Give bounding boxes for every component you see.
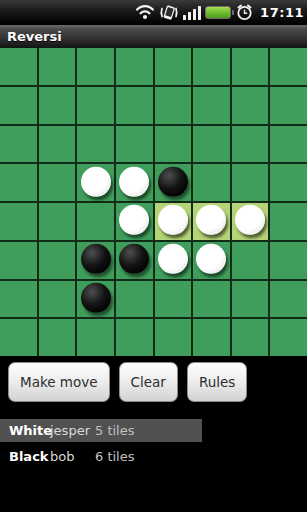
board-cell-r4c3[interactable]: [116, 203, 153, 240]
board-cell-r7c4[interactable]: [155, 319, 192, 356]
board-cell-r1c4[interactable]: [155, 87, 192, 124]
black-disc: [158, 166, 188, 196]
board-cell-r6c0[interactable]: [0, 281, 37, 318]
app-title: Reversi: [7, 29, 62, 44]
black-disc: [81, 244, 111, 274]
board-cell-r7c6[interactable]: [232, 319, 269, 356]
board-cell-r0c1[interactable]: [39, 48, 76, 85]
button-bar: Make move Clear Rules: [0, 356, 307, 402]
white-disc: [119, 166, 149, 196]
white-disc: [196, 244, 226, 274]
player-name: jesper: [50, 423, 95, 438]
board-cell-r4c5[interactable]: [193, 203, 230, 240]
board-cell-r0c2[interactable]: [77, 48, 114, 85]
white-disc: [119, 205, 149, 235]
reversi-board[interactable]: [0, 47, 307, 356]
board-cell-r3c2[interactable]: [77, 164, 114, 201]
signal-strength-icon: [183, 5, 202, 20]
board-cell-r3c7[interactable]: [270, 164, 307, 201]
player-name: bob: [50, 449, 95, 464]
clock-time: 17:11: [260, 5, 304, 20]
black-disc: [81, 283, 111, 313]
board-cell-r5c2[interactable]: [77, 242, 114, 279]
board-cell-r6c3[interactable]: [116, 281, 153, 318]
board-cell-r7c1[interactable]: [39, 319, 76, 356]
board-cell-r6c5[interactable]: [193, 281, 230, 318]
board-cell-r1c5[interactable]: [193, 87, 230, 124]
rules-button[interactable]: Rules: [187, 362, 247, 402]
board-cell-r0c4[interactable]: [155, 48, 192, 85]
board-cell-r5c4[interactable]: [155, 242, 192, 279]
board-cell-r7c2[interactable]: [77, 319, 114, 356]
status-bar: 17:11: [0, 0, 307, 24]
board-cell-r0c3[interactable]: [116, 48, 153, 85]
white-disc: [235, 205, 265, 235]
board-cell-r3c6[interactable]: [232, 164, 269, 201]
board-cell-r1c6[interactable]: [232, 87, 269, 124]
board-cell-r3c0[interactable]: [0, 164, 37, 201]
alarm-clock-icon: [235, 3, 254, 21]
board-cell-r5c1[interactable]: [39, 242, 76, 279]
board-cell-r2c5[interactable]: [193, 126, 230, 163]
board-cell-r4c7[interactable]: [270, 203, 307, 240]
board-cell-r5c5[interactable]: [193, 242, 230, 279]
board-cell-r6c6[interactable]: [232, 281, 269, 318]
board-cell-r2c0[interactable]: [0, 126, 37, 163]
board-cell-r0c6[interactable]: [232, 48, 269, 85]
board-cell-r0c7[interactable]: [270, 48, 307, 85]
board-cell-r2c7[interactable]: [270, 126, 307, 163]
board-cell-r6c4[interactable]: [155, 281, 192, 318]
board-cell-r5c7[interactable]: [270, 242, 307, 279]
board-cell-r4c1[interactable]: [39, 203, 76, 240]
phone-screen: 17:11 Reversi Make move Clear Rules Whit…: [0, 0, 307, 512]
board-cell-r3c5[interactable]: [193, 164, 230, 201]
board-cell-r6c7[interactable]: [270, 281, 307, 318]
player-color-label: Black: [9, 449, 50, 464]
board-cell-r0c5[interactable]: [193, 48, 230, 85]
board-cell-r7c0[interactable]: [0, 319, 37, 356]
player-tile-count: 6 tiles: [95, 449, 202, 464]
board-cell-r2c3[interactable]: [116, 126, 153, 163]
wifi-icon: [135, 4, 155, 20]
white-disc: [158, 244, 188, 274]
board-cell-r1c7[interactable]: [270, 87, 307, 124]
make-move-button[interactable]: Make move: [8, 362, 110, 402]
board-cell-r4c2[interactable]: [77, 203, 114, 240]
player-row-white[interactable]: White jesper 5 tiles: [0, 419, 202, 442]
board-cell-r5c6[interactable]: [232, 242, 269, 279]
board-cell-r1c3[interactable]: [116, 87, 153, 124]
board-cell-r2c6[interactable]: [232, 126, 269, 163]
board-cell-r1c0[interactable]: [0, 87, 37, 124]
board-cell-r6c1[interactable]: [39, 281, 76, 318]
board-cell-r0c0[interactable]: [0, 48, 37, 85]
board-cell-r4c4[interactable]: [155, 203, 192, 240]
clear-button[interactable]: Clear: [119, 362, 178, 402]
vibrate-icon: [159, 4, 179, 21]
board-cell-r5c3[interactable]: [116, 242, 153, 279]
board-cell-r4c0[interactable]: [0, 203, 37, 240]
board-cell-r1c1[interactable]: [39, 87, 76, 124]
white-disc: [81, 166, 111, 196]
board-cell-r3c1[interactable]: [39, 164, 76, 201]
black-disc: [119, 244, 149, 274]
board-cell-r5c0[interactable]: [0, 242, 37, 279]
board-cell-r2c4[interactable]: [155, 126, 192, 163]
white-disc: [158, 205, 188, 235]
player-list: White jesper 5 tiles Black bob 6 tiles: [0, 419, 307, 468]
board-cell-r6c2[interactable]: [77, 281, 114, 318]
white-disc: [196, 205, 226, 235]
board-cell-r7c5[interactable]: [193, 319, 230, 356]
board-cell-r1c2[interactable]: [77, 87, 114, 124]
board-cell-r7c3[interactable]: [116, 319, 153, 356]
board-cell-r2c2[interactable]: [77, 126, 114, 163]
battery-icon: [205, 6, 231, 19]
board-cell-r3c4[interactable]: [155, 164, 192, 201]
player-tile-count: 5 tiles: [95, 423, 202, 438]
board-cell-r3c3[interactable]: [116, 164, 153, 201]
board-cell-r2c1[interactable]: [39, 126, 76, 163]
board-cell-r4c6[interactable]: [232, 203, 269, 240]
player-color-label: White: [9, 423, 50, 438]
board-cell-r7c7[interactable]: [270, 319, 307, 356]
player-row-black[interactable]: Black bob 6 tiles: [0, 444, 202, 468]
title-bar: Reversi: [0, 24, 307, 47]
